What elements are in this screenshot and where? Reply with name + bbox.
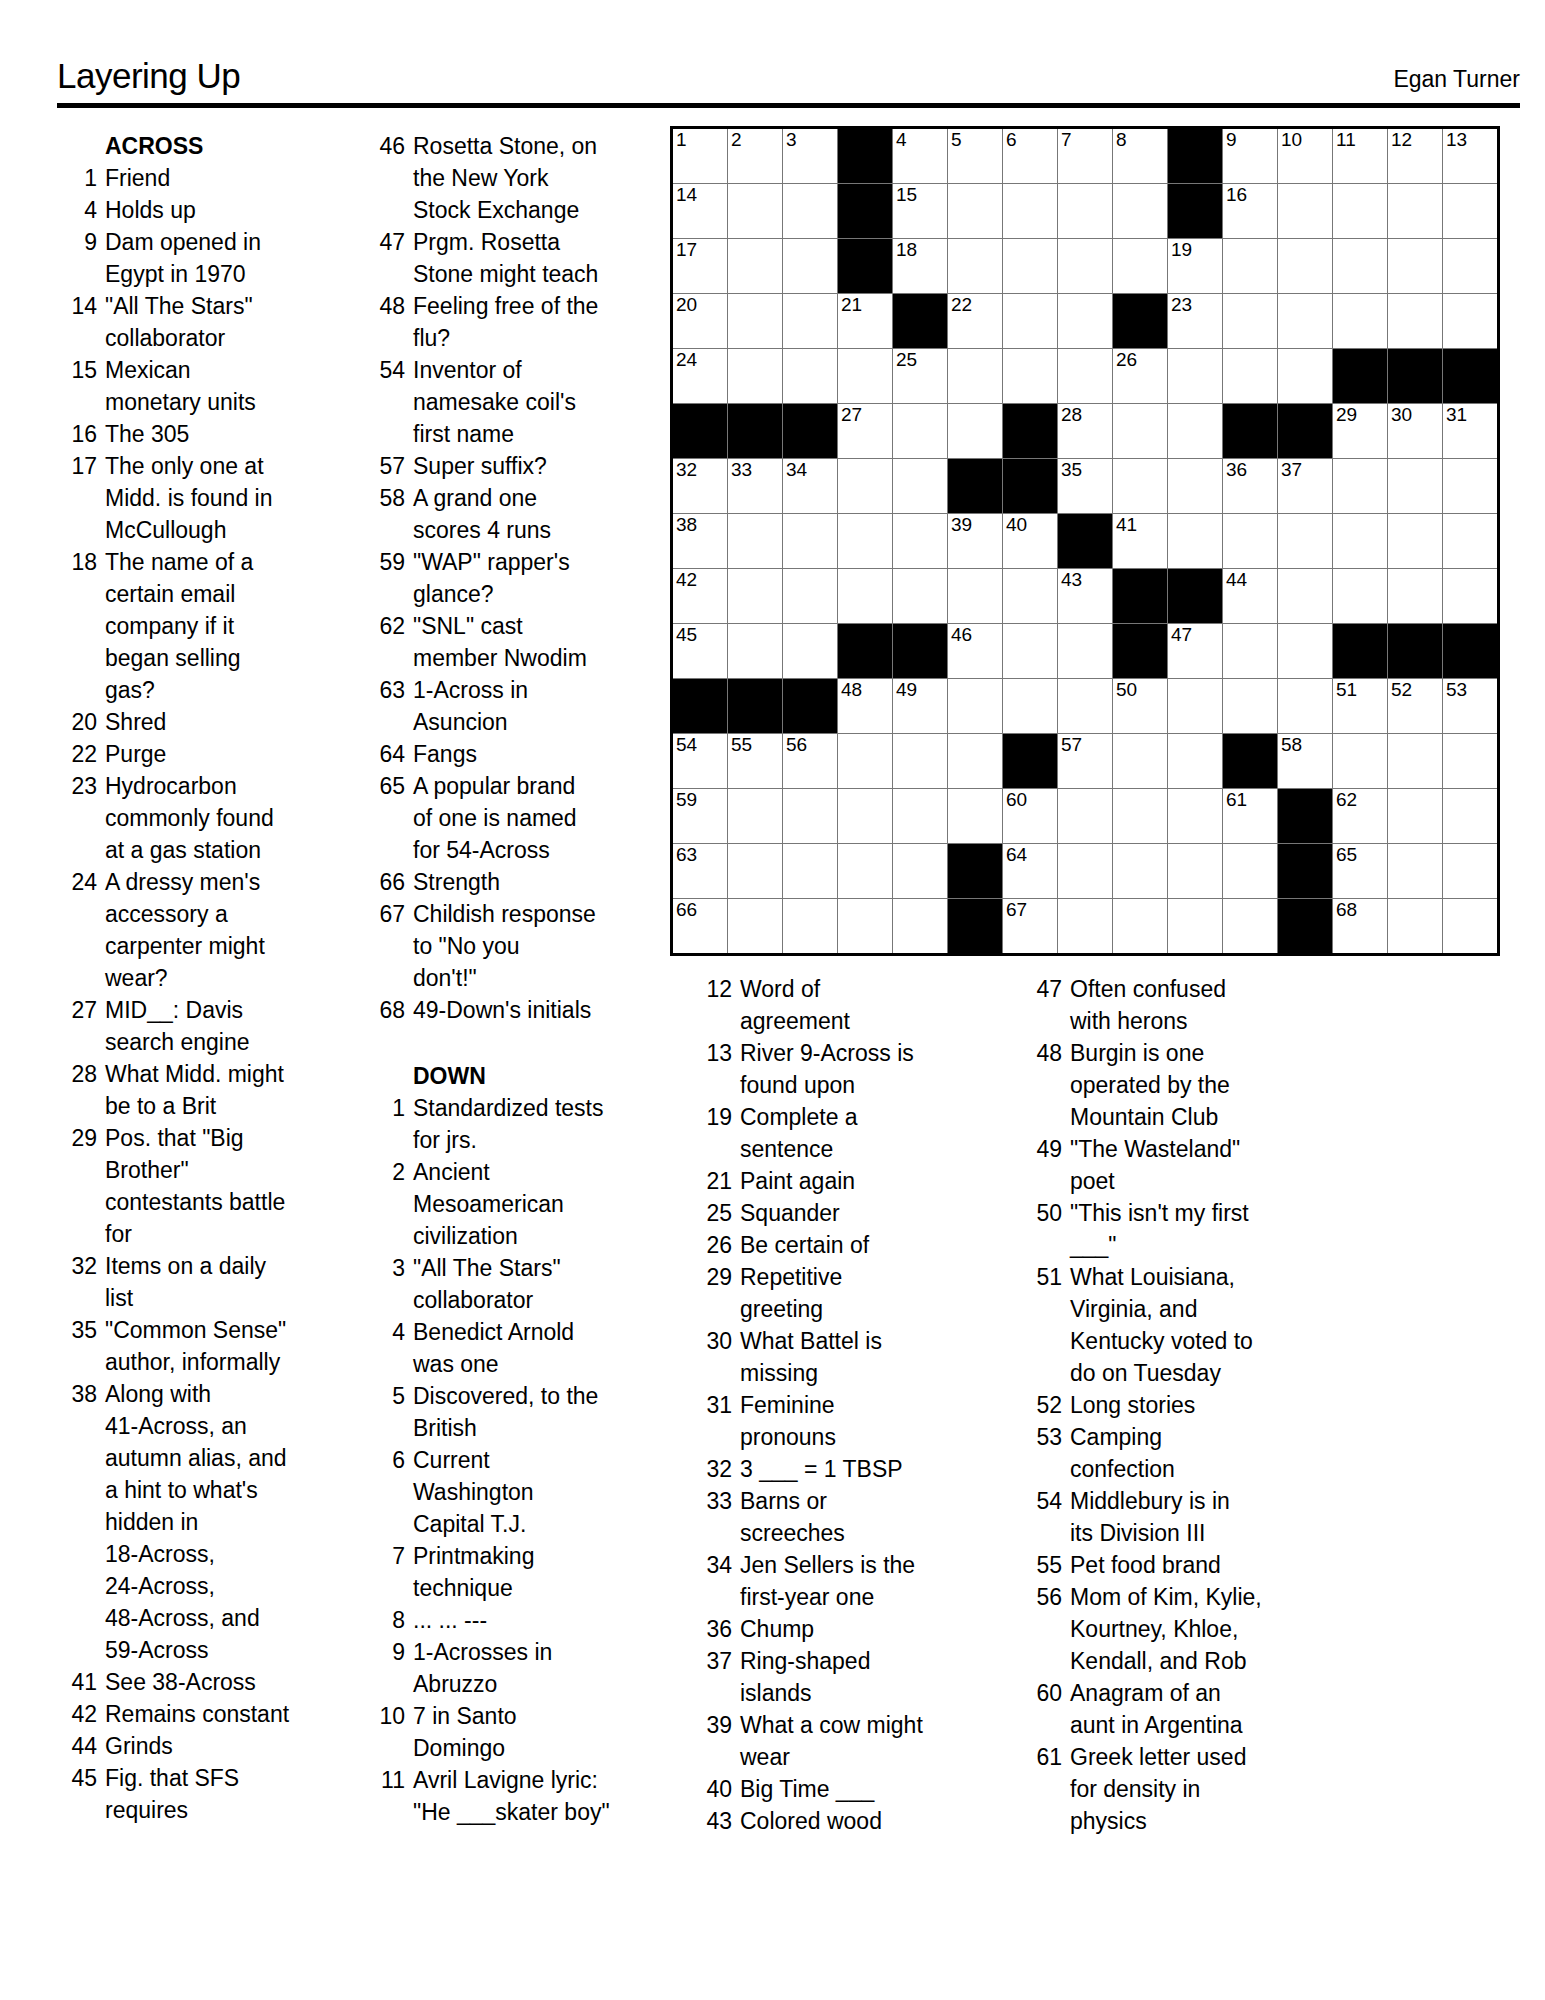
cell-r12c10[interactable] bbox=[1168, 734, 1222, 788]
cell-r3c9[interactable] bbox=[1113, 239, 1167, 293]
cell-r5c15 bbox=[1443, 349, 1497, 403]
cell-r13c2[interactable] bbox=[728, 789, 782, 843]
cell-r12c6[interactable] bbox=[948, 734, 1002, 788]
clue-across-17: 17The only one at Midd. is found in McCu… bbox=[55, 450, 360, 546]
clue-across-4: 4Holds up bbox=[55, 194, 360, 226]
cell-r12c12[interactable]: 58 bbox=[1278, 734, 1332, 788]
cell-r6c14[interactable]: 30 bbox=[1388, 404, 1442, 458]
cell-r6c13[interactable]: 29 bbox=[1333, 404, 1387, 458]
clue-column-1: ACROSS 1Friend4Holds up9Dam opened in Eg… bbox=[55, 130, 360, 1826]
clue-text: See 38-Across bbox=[105, 1666, 360, 1698]
cell-r2c7[interactable] bbox=[1003, 184, 1057, 238]
cell-r11c5[interactable]: 49 bbox=[893, 679, 947, 733]
cell-r7c13[interactable] bbox=[1333, 459, 1387, 513]
cell-number: 13 bbox=[1446, 130, 1467, 151]
cell-r9c2[interactable] bbox=[728, 569, 782, 623]
cell-r6c9[interactable] bbox=[1113, 404, 1167, 458]
cell-r3c14[interactable] bbox=[1388, 239, 1442, 293]
cell-r10c4 bbox=[838, 624, 892, 678]
cell-r1c6[interactable]: 5 bbox=[948, 129, 1002, 183]
cell-r5c10[interactable] bbox=[1168, 349, 1222, 403]
cell-r4c10[interactable]: 23 bbox=[1168, 294, 1222, 348]
cell-r14c2[interactable] bbox=[728, 844, 782, 898]
clue-across-1: 1Friend bbox=[55, 162, 360, 194]
clue-number: 62 bbox=[363, 610, 413, 674]
clue-text: Benedict Arnold was one bbox=[413, 1316, 668, 1380]
clue-down-61: 61Greek letter used for density in physi… bbox=[1020, 1741, 1365, 1837]
cell-r3c13[interactable] bbox=[1333, 239, 1387, 293]
clue-down-51: 51What Louisiana, Virginia, and Kentucky… bbox=[1020, 1261, 1365, 1389]
cell-r10c11[interactable] bbox=[1223, 624, 1277, 678]
cell-r1c14[interactable]: 12 bbox=[1388, 129, 1442, 183]
clue-text: Shred bbox=[105, 706, 360, 738]
clue-number: 17 bbox=[55, 450, 105, 546]
clue-text: Mom of Kim, Kylie, Kourtney, Khloe, Kend… bbox=[1070, 1581, 1365, 1677]
cell-r7c5[interactable] bbox=[893, 459, 947, 513]
cell-r11c14[interactable]: 52 bbox=[1388, 679, 1442, 733]
cell-r2c15[interactable] bbox=[1443, 184, 1497, 238]
cell-r9c8[interactable]: 43 bbox=[1058, 569, 1112, 623]
cell-r14c13[interactable]: 65 bbox=[1333, 844, 1387, 898]
cell-r10c7[interactable] bbox=[1003, 624, 1057, 678]
cell-r4c1[interactable]: 20 bbox=[673, 294, 727, 348]
clue-text: Items on a daily list bbox=[105, 1250, 360, 1314]
cell-r13c11[interactable]: 61 bbox=[1223, 789, 1277, 843]
cell-number: 39 bbox=[951, 515, 972, 536]
clue-text: "Common Sense" author, informally bbox=[105, 1314, 360, 1378]
clue-number: 67 bbox=[363, 898, 413, 994]
cell-r12c13[interactable] bbox=[1333, 734, 1387, 788]
cell-r9c6[interactable] bbox=[948, 569, 1002, 623]
cell-r13c13[interactable]: 62 bbox=[1333, 789, 1387, 843]
clue-number: 35 bbox=[55, 1314, 105, 1378]
cell-r5c11[interactable] bbox=[1223, 349, 1277, 403]
cell-r2c6[interactable] bbox=[948, 184, 1002, 238]
clue-number: 60 bbox=[1020, 1677, 1070, 1741]
cell-r6c10[interactable] bbox=[1168, 404, 1222, 458]
cell-r11c12[interactable] bbox=[1278, 679, 1332, 733]
cell-r10c6[interactable]: 46 bbox=[948, 624, 1002, 678]
cell-number: 7 bbox=[1061, 130, 1072, 151]
crossword-grid: 1234567891011121314151617181920212223242… bbox=[670, 126, 1500, 956]
clue-text: Barns or screeches bbox=[740, 1485, 1025, 1549]
cell-r6c5[interactable] bbox=[893, 404, 947, 458]
cell-r13c6[interactable] bbox=[948, 789, 1002, 843]
cell-r15c15[interactable] bbox=[1443, 899, 1497, 953]
cell-number: 47 bbox=[1171, 625, 1192, 646]
cell-r14c15[interactable] bbox=[1443, 844, 1497, 898]
cell-r9c4[interactable] bbox=[838, 569, 892, 623]
cell-r1c5[interactable]: 4 bbox=[893, 129, 947, 183]
cell-r8c9[interactable]: 41 bbox=[1113, 514, 1167, 568]
cell-r15c7[interactable]: 67 bbox=[1003, 899, 1057, 953]
cell-r5c3[interactable] bbox=[783, 349, 837, 403]
cell-r8c14[interactable] bbox=[1388, 514, 1442, 568]
cell-r12c9[interactable] bbox=[1113, 734, 1167, 788]
clue-down-48: 48Burgin is one operated by the Mountain… bbox=[1020, 1037, 1365, 1133]
cell-number: 67 bbox=[1006, 900, 1027, 921]
cell-r10c8[interactable] bbox=[1058, 624, 1112, 678]
cell-r14c10[interactable] bbox=[1168, 844, 1222, 898]
cell-r13c3[interactable] bbox=[783, 789, 837, 843]
clue-number: 33 bbox=[690, 1485, 740, 1549]
cell-r1c12[interactable]: 10 bbox=[1278, 129, 1332, 183]
cell-r4c9 bbox=[1113, 294, 1167, 348]
cell-r1c9[interactable]: 8 bbox=[1113, 129, 1167, 183]
clue-down-10: 107 in Santo Domingo bbox=[363, 1700, 668, 1764]
clue-down-54: 54Middlebury is in its Division III bbox=[1020, 1485, 1365, 1549]
cell-r14c8[interactable] bbox=[1058, 844, 1112, 898]
cell-r4c3[interactable] bbox=[783, 294, 837, 348]
cell-r11c9[interactable]: 50 bbox=[1113, 679, 1167, 733]
cell-r7c11[interactable]: 36 bbox=[1223, 459, 1277, 513]
cell-r10c9 bbox=[1113, 624, 1167, 678]
cell-r2c11[interactable]: 16 bbox=[1223, 184, 1277, 238]
cell-r4c11[interactable] bbox=[1223, 294, 1277, 348]
cell-r9c13[interactable] bbox=[1333, 569, 1387, 623]
cell-r7c2[interactable]: 33 bbox=[728, 459, 782, 513]
cell-r8c7[interactable]: 40 bbox=[1003, 514, 1057, 568]
clue-down-47: 47Often confused with herons bbox=[1020, 973, 1365, 1037]
cell-r4c6[interactable]: 22 bbox=[948, 294, 1002, 348]
clue-across-22: 22Purge bbox=[55, 738, 360, 770]
cell-number: 48 bbox=[841, 680, 862, 701]
cell-r15c13[interactable]: 68 bbox=[1333, 899, 1387, 953]
clue-number: 58 bbox=[363, 482, 413, 546]
cell-r4c12[interactable] bbox=[1278, 294, 1332, 348]
clue-across-45: 45Fig. that SFS requires bbox=[55, 1762, 360, 1826]
cell-r13c4[interactable] bbox=[838, 789, 892, 843]
cell-r10c10[interactable]: 47 bbox=[1168, 624, 1222, 678]
cell-r2c14[interactable] bbox=[1388, 184, 1442, 238]
cell-r3c15[interactable] bbox=[1443, 239, 1497, 293]
clue-number: 25 bbox=[690, 1197, 740, 1229]
cell-r15c1[interactable]: 66 bbox=[673, 899, 727, 953]
cell-r1c13[interactable]: 11 bbox=[1333, 129, 1387, 183]
clue-text: What Midd. might be to a Brit bbox=[105, 1058, 360, 1122]
cell-r3c6[interactable] bbox=[948, 239, 1002, 293]
cell-r15c3[interactable] bbox=[783, 899, 837, 953]
cell-r8c4[interactable] bbox=[838, 514, 892, 568]
cell-r1c15[interactable]: 13 bbox=[1443, 129, 1497, 183]
clue-text: Remains constant bbox=[105, 1698, 360, 1730]
cell-r7c3[interactable]: 34 bbox=[783, 459, 837, 513]
cell-r4c14[interactable] bbox=[1388, 294, 1442, 348]
cell-r9c5[interactable] bbox=[893, 569, 947, 623]
cell-r13c5[interactable] bbox=[893, 789, 947, 843]
cell-r12c5[interactable] bbox=[893, 734, 947, 788]
clue-number: 49 bbox=[1020, 1133, 1070, 1197]
cell-r7c10[interactable] bbox=[1168, 459, 1222, 513]
clue-down-29: 29Repetitive greeting bbox=[690, 1261, 1025, 1325]
cell-r11c1 bbox=[673, 679, 727, 733]
clue-number: 37 bbox=[690, 1645, 740, 1709]
clue-down-39: 39What a cow might wear bbox=[690, 1709, 1025, 1773]
cell-r3c1[interactable]: 17 bbox=[673, 239, 727, 293]
clue-text: What a cow might wear bbox=[740, 1709, 1025, 1773]
clue-across-38: 38Along with 41-Across, an autumn alias,… bbox=[55, 1378, 360, 1666]
cell-r2c9[interactable] bbox=[1113, 184, 1167, 238]
cell-r5c1[interactable]: 24 bbox=[673, 349, 727, 403]
cell-r7c12[interactable]: 37 bbox=[1278, 459, 1332, 513]
cell-r7c1[interactable]: 32 bbox=[673, 459, 727, 513]
cell-r5c2[interactable] bbox=[728, 349, 782, 403]
cell-r15c11[interactable] bbox=[1223, 899, 1277, 953]
cell-number: 65 bbox=[1336, 845, 1357, 866]
cell-r15c9[interactable] bbox=[1113, 899, 1167, 953]
cell-r9c1[interactable]: 42 bbox=[673, 569, 727, 623]
cell-r14c7[interactable]: 64 bbox=[1003, 844, 1057, 898]
cell-r8c11[interactable] bbox=[1223, 514, 1277, 568]
clue-across-48: 48Feeling free of the flu? bbox=[363, 290, 668, 354]
clue-text: What Louisiana, Virginia, and Kentucky v… bbox=[1070, 1261, 1365, 1389]
cell-r14c4[interactable] bbox=[838, 844, 892, 898]
clue-across-68: 6849-Down's initials bbox=[363, 994, 668, 1026]
cell-r12c14[interactable] bbox=[1388, 734, 1442, 788]
clue-number: 52 bbox=[1020, 1389, 1070, 1421]
clue-number: 29 bbox=[690, 1261, 740, 1325]
clue-text: Super suffix? bbox=[413, 450, 668, 482]
clue-text: Chump bbox=[740, 1613, 1025, 1645]
cell-r4c7[interactable] bbox=[1003, 294, 1057, 348]
clue-text: Colored wood bbox=[740, 1805, 1025, 1837]
cell-r2c13[interactable] bbox=[1333, 184, 1387, 238]
clue-across-47: 47Prgm. Rosetta Stone might teach bbox=[363, 226, 668, 290]
clue-text: Standardized tests for jrs. bbox=[413, 1092, 668, 1156]
across-clues-part2: 46Rosetta Stone, on the New York Stock E… bbox=[363, 130, 668, 1026]
cell-r13c10[interactable] bbox=[1168, 789, 1222, 843]
cell-r1c2[interactable]: 2 bbox=[728, 129, 782, 183]
clue-number: 5 bbox=[363, 1380, 413, 1444]
cell-r6c4[interactable]: 27 bbox=[838, 404, 892, 458]
cell-r3c2[interactable] bbox=[728, 239, 782, 293]
cell-number: 30 bbox=[1391, 405, 1412, 426]
cell-r11c6[interactable] bbox=[948, 679, 1002, 733]
clue-down-6: 6Current Washington Capital T.J. bbox=[363, 1444, 668, 1540]
cell-r13c14[interactable] bbox=[1388, 789, 1442, 843]
author-byline: Egan Turner bbox=[1393, 66, 1520, 93]
clue-text: Big Time ___ bbox=[740, 1773, 1025, 1805]
cell-r3c8[interactable] bbox=[1058, 239, 1112, 293]
clue-number: 42 bbox=[55, 1698, 105, 1730]
cell-r1c8[interactable]: 7 bbox=[1058, 129, 1112, 183]
cell-r2c3[interactable] bbox=[783, 184, 837, 238]
cell-r4c4[interactable]: 21 bbox=[838, 294, 892, 348]
cell-r1c1[interactable]: 1 bbox=[673, 129, 727, 183]
cell-r8c6[interactable]: 39 bbox=[948, 514, 1002, 568]
cell-r11c4[interactable]: 48 bbox=[838, 679, 892, 733]
cell-r10c3[interactable] bbox=[783, 624, 837, 678]
cell-r15c8[interactable] bbox=[1058, 899, 1112, 953]
across-clues-part1: 1Friend4Holds up9Dam opened in Egypt in … bbox=[55, 162, 360, 1826]
cell-r8c3[interactable] bbox=[783, 514, 837, 568]
cell-r14c3[interactable] bbox=[783, 844, 837, 898]
cell-r11c8[interactable] bbox=[1058, 679, 1112, 733]
clue-across-54: 54Inventor of namesake coil's first name bbox=[363, 354, 668, 450]
cell-r14c14[interactable] bbox=[1388, 844, 1442, 898]
cell-r9c7[interactable] bbox=[1003, 569, 1057, 623]
clue-down-26: 26Be certain of bbox=[690, 1229, 1025, 1261]
cell-r12c8[interactable]: 57 bbox=[1058, 734, 1112, 788]
clue-number: 22 bbox=[55, 738, 105, 770]
cell-r5c7[interactable] bbox=[1003, 349, 1057, 403]
cell-r5c5[interactable]: 25 bbox=[893, 349, 947, 403]
cell-number: 35 bbox=[1061, 460, 1082, 481]
cell-r8c15[interactable] bbox=[1443, 514, 1497, 568]
clue-text: Discovered, to the British bbox=[413, 1380, 668, 1444]
cell-r9c9 bbox=[1113, 569, 1167, 623]
cell-r12c1[interactable]: 54 bbox=[673, 734, 727, 788]
clue-text: The name of a certain email company if i… bbox=[105, 546, 360, 706]
cell-r15c5[interactable] bbox=[893, 899, 947, 953]
cell-r15c2[interactable] bbox=[728, 899, 782, 953]
cell-r9c3[interactable] bbox=[783, 569, 837, 623]
cell-number: 15 bbox=[896, 185, 917, 206]
cell-r5c4[interactable] bbox=[838, 349, 892, 403]
clue-across-64: 64Fangs bbox=[363, 738, 668, 770]
clue-across-32: 32Items on a daily list bbox=[55, 1250, 360, 1314]
cell-number: 49 bbox=[896, 680, 917, 701]
cell-r5c9[interactable]: 26 bbox=[1113, 349, 1167, 403]
cell-r7c15[interactable] bbox=[1443, 459, 1497, 513]
cell-r15c4[interactable] bbox=[838, 899, 892, 953]
clue-text: Camping confection bbox=[1070, 1421, 1365, 1485]
cell-r13c1[interactable]: 59 bbox=[673, 789, 727, 843]
cell-r8c2[interactable] bbox=[728, 514, 782, 568]
clue-across-66: 66Strength bbox=[363, 866, 668, 898]
cell-r3c7[interactable] bbox=[1003, 239, 1057, 293]
cell-r2c5[interactable]: 15 bbox=[893, 184, 947, 238]
cell-r7c14[interactable] bbox=[1388, 459, 1442, 513]
cell-r6c15[interactable]: 31 bbox=[1443, 404, 1497, 458]
clue-number: 9 bbox=[363, 1636, 413, 1700]
clue-text: A popular brand of one is named for 54-A… bbox=[413, 770, 668, 866]
cell-r3c5[interactable]: 18 bbox=[893, 239, 947, 293]
clue-text: Fangs bbox=[413, 738, 668, 770]
clue-text: Grinds bbox=[105, 1730, 360, 1762]
cell-number: 68 bbox=[1336, 900, 1357, 921]
cell-r5c12[interactable] bbox=[1278, 349, 1332, 403]
cell-r2c12[interactable] bbox=[1278, 184, 1332, 238]
cell-r13c15[interactable] bbox=[1443, 789, 1497, 843]
cell-r7c9[interactable] bbox=[1113, 459, 1167, 513]
clue-across-41: 41See 38-Across bbox=[55, 1666, 360, 1698]
cell-r2c2[interactable] bbox=[728, 184, 782, 238]
down-clues-part3: 47Often confused with herons48Burgin is … bbox=[1020, 973, 1365, 1837]
clue-number: 65 bbox=[363, 770, 413, 866]
clue-text: Feminine pronouns bbox=[740, 1389, 1025, 1453]
clue-text: "The Wasteland" poet bbox=[1070, 1133, 1365, 1197]
cell-r8c1[interactable]: 38 bbox=[673, 514, 727, 568]
cell-r7c8[interactable]: 35 bbox=[1058, 459, 1112, 513]
cell-r9c15[interactable] bbox=[1443, 569, 1497, 623]
cell-r15c10[interactable] bbox=[1168, 899, 1222, 953]
cell-r1c3[interactable]: 3 bbox=[783, 129, 837, 183]
cell-r13c8[interactable] bbox=[1058, 789, 1112, 843]
cell-r5c8[interactable] bbox=[1058, 349, 1112, 403]
cell-r12c2[interactable]: 55 bbox=[728, 734, 782, 788]
cell-r11c13[interactable]: 51 bbox=[1333, 679, 1387, 733]
cell-r10c2[interactable] bbox=[728, 624, 782, 678]
clue-down-32: 323 ___ = 1 TBSP bbox=[690, 1453, 1025, 1485]
clue-text: Be certain of bbox=[740, 1229, 1025, 1261]
cell-r6c6[interactable] bbox=[948, 404, 1002, 458]
clue-across-9: 9Dam opened in Egypt in 1970 bbox=[55, 226, 360, 290]
clue-number: 39 bbox=[690, 1709, 740, 1773]
cell-r13c7[interactable]: 60 bbox=[1003, 789, 1057, 843]
cell-r12c4[interactable] bbox=[838, 734, 892, 788]
cell-r3c10[interactable]: 19 bbox=[1168, 239, 1222, 293]
cell-r14c9[interactable] bbox=[1113, 844, 1167, 898]
cell-r8c10[interactable] bbox=[1168, 514, 1222, 568]
cell-r1c11[interactable]: 9 bbox=[1223, 129, 1277, 183]
cell-number: 26 bbox=[1116, 350, 1137, 371]
cell-r13c9[interactable] bbox=[1113, 789, 1167, 843]
cell-r12c15[interactable] bbox=[1443, 734, 1497, 788]
cell-r11c10[interactable] bbox=[1168, 679, 1222, 733]
cell-r9c12[interactable] bbox=[1278, 569, 1332, 623]
cell-number: 20 bbox=[676, 295, 697, 316]
cell-r4c2[interactable] bbox=[728, 294, 782, 348]
cell-r9c14[interactable] bbox=[1388, 569, 1442, 623]
clue-text: Burgin is one operated by the Mountain C… bbox=[1070, 1037, 1365, 1133]
cell-r3c12[interactable] bbox=[1278, 239, 1332, 293]
clue-across-28: 28What Midd. might be to a Brit bbox=[55, 1058, 360, 1122]
cell-number: 6 bbox=[1006, 130, 1017, 151]
cell-r8c13[interactable] bbox=[1333, 514, 1387, 568]
clue-across-59: 59"WAP" rapper's glance? bbox=[363, 546, 668, 610]
cell-r8c12[interactable] bbox=[1278, 514, 1332, 568]
cell-r4c8[interactable] bbox=[1058, 294, 1112, 348]
cell-r3c11[interactable] bbox=[1223, 239, 1277, 293]
clue-down-49: 49"The Wasteland" poet bbox=[1020, 1133, 1365, 1197]
cell-r7c4[interactable] bbox=[838, 459, 892, 513]
cell-r2c8[interactable] bbox=[1058, 184, 1112, 238]
cell-r15c14[interactable] bbox=[1388, 899, 1442, 953]
cell-number: 11 bbox=[1336, 130, 1356, 151]
cell-r10c1[interactable]: 45 bbox=[673, 624, 727, 678]
cell-r4c15[interactable] bbox=[1443, 294, 1497, 348]
cell-number: 42 bbox=[676, 570, 697, 591]
cell-r5c6[interactable] bbox=[948, 349, 1002, 403]
clue-across-20: 20Shred bbox=[55, 706, 360, 738]
cell-number: 28 bbox=[1061, 405, 1082, 426]
clue-down-5: 5Discovered, to the British bbox=[363, 1380, 668, 1444]
cell-r12c3[interactable]: 56 bbox=[783, 734, 837, 788]
clue-across-42: 42Remains constant bbox=[55, 1698, 360, 1730]
cell-r1c7[interactable]: 6 bbox=[1003, 129, 1057, 183]
cell-r10c12[interactable] bbox=[1278, 624, 1332, 678]
cell-r11c7[interactable] bbox=[1003, 679, 1057, 733]
cell-r9c11[interactable]: 44 bbox=[1223, 569, 1277, 623]
clue-number: 46 bbox=[363, 130, 413, 226]
cell-r14c5[interactable] bbox=[893, 844, 947, 898]
cell-r1c4 bbox=[838, 129, 892, 183]
cell-r3c3[interactable] bbox=[783, 239, 837, 293]
cell-r14c1[interactable]: 63 bbox=[673, 844, 727, 898]
down-header: DOWN bbox=[413, 1060, 668, 1092]
cell-number: 4 bbox=[896, 130, 907, 151]
cell-r8c5[interactable] bbox=[893, 514, 947, 568]
cell-r2c1[interactable]: 14 bbox=[673, 184, 727, 238]
cell-r14c11[interactable] bbox=[1223, 844, 1277, 898]
cell-r4c13[interactable] bbox=[1333, 294, 1387, 348]
cell-r6c8[interactable]: 28 bbox=[1058, 404, 1112, 458]
clue-down-40: 40Big Time ___ bbox=[690, 1773, 1025, 1805]
cell-r11c15[interactable]: 53 bbox=[1443, 679, 1497, 733]
cell-r9c10 bbox=[1168, 569, 1222, 623]
cell-r11c11[interactable] bbox=[1223, 679, 1277, 733]
